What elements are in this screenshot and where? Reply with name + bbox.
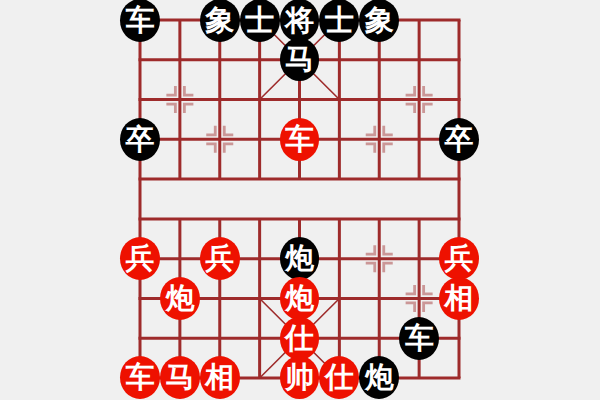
- red-general-glyph: 帅: [280, 356, 320, 399]
- piece-black-cannon[interactable]: 炮: [280, 239, 320, 279]
- piece-red-horse[interactable]: 马: [160, 358, 200, 398]
- xiangqi-board[interactable]: 车象士将士象马卒车卒兵兵炮兵炮炮相仕车车马相帅仕炮: [120, 0, 479, 398]
- black-chariot-glyph: 车: [120, 0, 160, 42]
- piece-red-cannon[interactable]: 炮: [160, 278, 200, 318]
- piece-black-general[interactable]: 将: [280, 0, 320, 40]
- piece-black-cannon[interactable]: 炮: [359, 358, 399, 398]
- piece-red-advisor[interactable]: 仕: [280, 318, 320, 358]
- black-cannon-glyph: 炮: [280, 237, 320, 280]
- black-elephant-glyph: 象: [359, 0, 399, 42]
- black-advisor-glyph: 士: [319, 0, 359, 42]
- red-cannon-glyph: 炮: [160, 277, 200, 320]
- piece-red-chariot[interactable]: 车: [120, 358, 160, 398]
- black-general-glyph: 将: [280, 0, 320, 42]
- red-cannon-glyph: 炮: [280, 277, 320, 320]
- piece-black-chariot[interactable]: 车: [399, 318, 439, 358]
- red-soldier-glyph: 兵: [200, 237, 240, 280]
- piece-red-soldier[interactable]: 兵: [200, 239, 240, 279]
- red-chariot-glyph: 车: [120, 356, 160, 399]
- red-elephant-glyph: 相: [439, 277, 479, 320]
- piece-black-chariot[interactable]: 车: [120, 0, 160, 40]
- piece-black-horse[interactable]: 马: [280, 40, 320, 80]
- piece-red-soldier[interactable]: 兵: [120, 239, 160, 279]
- red-soldier-glyph: 兵: [439, 237, 479, 280]
- black-soldier-glyph: 卒: [439, 118, 479, 161]
- red-chariot-glyph: 车: [280, 118, 320, 161]
- piece-black-advisor[interactable]: 士: [319, 0, 359, 40]
- piece-red-chariot[interactable]: 车: [280, 119, 320, 159]
- red-horse-glyph: 马: [160, 356, 200, 399]
- black-advisor-glyph: 士: [240, 0, 280, 42]
- piece-red-elephant[interactable]: 相: [200, 358, 240, 398]
- black-chariot-glyph: 车: [399, 317, 439, 360]
- xiangqi-app: 车象士将士象马卒车卒兵兵炮兵炮炮相仕车车马相帅仕炮: [0, 0, 600, 400]
- piece-red-general[interactable]: 帅: [280, 358, 320, 398]
- red-advisor-glyph: 仕: [280, 317, 320, 360]
- red-elephant-glyph: 相: [200, 356, 240, 399]
- black-elephant-glyph: 象: [200, 0, 240, 42]
- red-soldier-glyph: 兵: [120, 237, 160, 280]
- piece-black-elephant[interactable]: 象: [200, 0, 240, 40]
- piece-red-soldier[interactable]: 兵: [439, 239, 479, 279]
- piece-red-advisor[interactable]: 仕: [319, 358, 359, 398]
- piece-red-cannon[interactable]: 炮: [280, 278, 320, 318]
- black-cannon-glyph: 炮: [359, 356, 399, 399]
- piece-red-elephant[interactable]: 相: [439, 278, 479, 318]
- piece-black-advisor[interactable]: 士: [240, 0, 280, 40]
- piece-black-soldier[interactable]: 卒: [120, 119, 160, 159]
- black-horse-glyph: 马: [280, 38, 320, 81]
- black-soldier-glyph: 卒: [120, 118, 160, 161]
- piece-black-soldier[interactable]: 卒: [439, 119, 479, 159]
- piece-black-elephant[interactable]: 象: [359, 0, 399, 40]
- red-advisor-glyph: 仕: [319, 356, 359, 399]
